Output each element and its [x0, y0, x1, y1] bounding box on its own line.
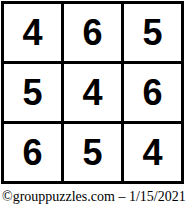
- grid-cell-r0c2: 5: [124, 4, 181, 61]
- grid-cell-r1c0: 5: [4, 64, 61, 121]
- grid-cell-r2c1: 5: [64, 124, 121, 181]
- grid-cell-r2c0: 6: [4, 124, 61, 181]
- copyright-text: ©grouppuzzles.com – 1/15/2021: [2, 189, 186, 205]
- grid-cell-r0c0: 4: [4, 4, 61, 61]
- grid-cell-r2c2: 4: [124, 124, 181, 181]
- grid-cell-r1c2: 6: [124, 64, 181, 121]
- grid-cell-r0c1: 6: [64, 4, 121, 61]
- puzzle-grid: 4 6 5 5 4 6 6 5 4: [1, 1, 184, 184]
- grid-cell-r1c1: 4: [64, 64, 121, 121]
